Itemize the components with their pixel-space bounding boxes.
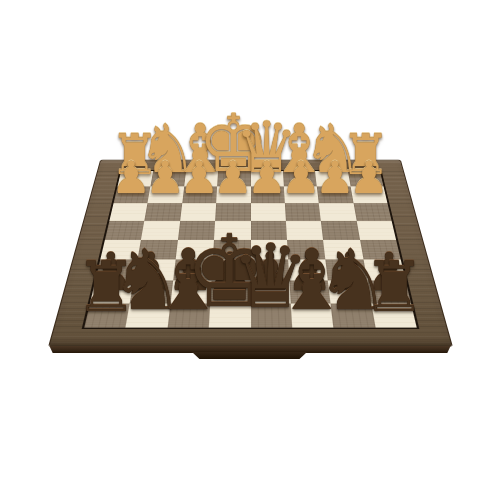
square-b7: [328, 281, 371, 304]
board-side-edge: [47, 346, 453, 353]
square-g5: [137, 240, 177, 260]
square-f7: [170, 281, 211, 304]
square-g3: [144, 203, 181, 221]
square-g4: [141, 221, 180, 240]
square-d4: [250, 221, 286, 240]
board-play-area: [84, 171, 416, 328]
square-h7: [89, 281, 133, 304]
square-d1: [250, 171, 283, 187]
square-a6: [363, 259, 406, 280]
square-a2: [350, 187, 387, 204]
square-f5: [175, 240, 214, 260]
square-e5: [212, 240, 250, 260]
square-g2: [147, 187, 183, 204]
square-c2: [283, 187, 318, 204]
square-c3: [284, 203, 320, 221]
square-h4: [105, 221, 145, 240]
square-b5: [323, 240, 363, 260]
square-e8: [208, 303, 250, 327]
square-h3: [109, 203, 147, 221]
square-d7: [250, 281, 290, 304]
square-g7: [130, 281, 173, 304]
square-d8: [250, 303, 292, 327]
square-g8: [125, 303, 169, 327]
square-e3: [215, 203, 250, 221]
square-e2: [216, 187, 250, 204]
square-b3: [318, 203, 355, 221]
square-b6: [325, 259, 366, 280]
square-b4: [321, 221, 360, 240]
board-clasp-notch: [192, 352, 307, 359]
square-e1: [217, 171, 250, 187]
square-g6: [134, 259, 175, 280]
square-f6: [172, 259, 212, 280]
square-b2: [317, 187, 353, 204]
square-b1: [315, 171, 350, 187]
square-g1: [150, 171, 185, 187]
square-a8: [370, 303, 416, 327]
square-d5: [250, 240, 288, 260]
square-c4: [285, 221, 322, 240]
square-f4: [177, 221, 214, 240]
product-photo: ♜♞♝♚♛♝♞♜♟♟♟♟♟♟♟♟♟♟♟♟♟♟♟♟♜♞♝♚♛♝♞♜: [0, 0, 500, 500]
square-c7: [289, 281, 330, 304]
square-a4: [356, 221, 396, 240]
square-d2: [250, 187, 284, 204]
square-a1: [347, 171, 383, 187]
square-h8: [84, 303, 130, 327]
square-c8: [290, 303, 333, 327]
square-a7: [366, 281, 410, 304]
square-f3: [179, 203, 215, 221]
square-c6: [288, 259, 328, 280]
square-e7: [210, 281, 250, 304]
chess-board: [48, 160, 453, 347]
square-c1: [282, 171, 316, 187]
square-h1: [117, 171, 153, 187]
square-c5: [286, 240, 325, 260]
square-b8: [330, 303, 374, 327]
square-h2: [113, 187, 150, 204]
square-h6: [95, 259, 138, 280]
square-h5: [100, 240, 141, 260]
square-f2: [182, 187, 217, 204]
square-a3: [353, 203, 391, 221]
square-d3: [250, 203, 285, 221]
square-f1: [183, 171, 217, 187]
square-f8: [167, 303, 210, 327]
square-d6: [250, 259, 289, 280]
square-e6: [211, 259, 250, 280]
square-e4: [214, 221, 250, 240]
square-a5: [359, 240, 400, 260]
